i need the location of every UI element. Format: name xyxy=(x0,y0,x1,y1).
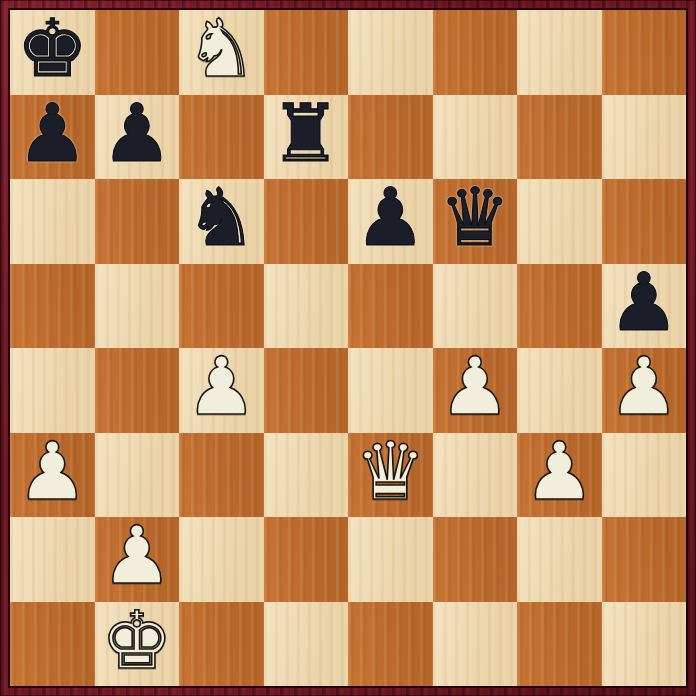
square-f8[interactable] xyxy=(433,10,518,95)
square-g1[interactable] xyxy=(517,602,602,687)
square-e5[interactable] xyxy=(348,264,433,349)
square-b5[interactable] xyxy=(95,264,180,349)
square-d8[interactable] xyxy=(264,10,349,95)
square-e3[interactable]: ♛ xyxy=(348,433,433,518)
square-c1[interactable] xyxy=(179,602,264,687)
square-h7[interactable] xyxy=(602,95,687,180)
square-b1[interactable]: ♚ xyxy=(95,602,180,687)
black-queen-f6[interactable]: ♛ xyxy=(439,179,511,258)
white-pawn-g3[interactable]: ♟ xyxy=(523,433,595,512)
square-d2[interactable] xyxy=(264,517,349,602)
square-g7[interactable] xyxy=(517,95,602,180)
black-knight-c6[interactable]: ♞ xyxy=(185,179,257,258)
square-h4[interactable]: ♟ xyxy=(602,348,687,433)
square-b6[interactable] xyxy=(95,179,180,264)
black-pawn-e6[interactable]: ♟ xyxy=(354,179,426,258)
square-c5[interactable] xyxy=(179,264,264,349)
square-c3[interactable] xyxy=(179,433,264,518)
square-e6[interactable]: ♟ xyxy=(348,179,433,264)
black-rook-d7[interactable]: ♜ xyxy=(270,95,342,174)
square-c4[interactable]: ♟ xyxy=(179,348,264,433)
square-d6[interactable] xyxy=(264,179,349,264)
square-e2[interactable] xyxy=(348,517,433,602)
square-d3[interactable] xyxy=(264,433,349,518)
black-pawn-b7[interactable]: ♟ xyxy=(101,95,173,174)
square-d1[interactable] xyxy=(264,602,349,687)
square-e8[interactable] xyxy=(348,10,433,95)
square-a7[interactable]: ♟ xyxy=(10,95,95,180)
square-f6[interactable]: ♛ xyxy=(433,179,518,264)
square-d5[interactable] xyxy=(264,264,349,349)
square-c8[interactable]: ♞ xyxy=(179,10,264,95)
square-f5[interactable] xyxy=(433,264,518,349)
square-a3[interactable]: ♟ xyxy=(10,433,95,518)
square-g8[interactable] xyxy=(517,10,602,95)
black-pawn-a7[interactable]: ♟ xyxy=(16,95,88,174)
square-g4[interactable] xyxy=(517,348,602,433)
square-b2[interactable]: ♟ xyxy=(95,517,180,602)
square-f2[interactable] xyxy=(433,517,518,602)
square-a2[interactable] xyxy=(10,517,95,602)
square-h2[interactable] xyxy=(602,517,687,602)
square-d7[interactable]: ♜ xyxy=(264,95,349,180)
square-f3[interactable] xyxy=(433,433,518,518)
white-pawn-a3[interactable]: ♟ xyxy=(16,433,88,512)
square-a6[interactable] xyxy=(10,179,95,264)
black-pawn-h5[interactable]: ♟ xyxy=(608,264,680,343)
square-a5[interactable] xyxy=(10,264,95,349)
black-king-a8[interactable]: ♚ xyxy=(16,10,88,89)
white-king-b1[interactable]: ♚ xyxy=(101,602,173,681)
square-a1[interactable] xyxy=(10,602,95,687)
square-d4[interactable] xyxy=(264,348,349,433)
square-a4[interactable] xyxy=(10,348,95,433)
square-h1[interactable] xyxy=(602,602,687,687)
square-g2[interactable] xyxy=(517,517,602,602)
white-pawn-f4[interactable]: ♟ xyxy=(439,348,511,427)
square-e7[interactable] xyxy=(348,95,433,180)
square-a8[interactable]: ♚ xyxy=(10,10,95,95)
white-pawn-b2[interactable]: ♟ xyxy=(101,517,173,596)
square-b8[interactable] xyxy=(95,10,180,95)
white-pawn-h4[interactable]: ♟ xyxy=(608,348,680,427)
square-h5[interactable]: ♟ xyxy=(602,264,687,349)
square-f7[interactable] xyxy=(433,95,518,180)
square-e4[interactable] xyxy=(348,348,433,433)
square-c6[interactable]: ♞ xyxy=(179,179,264,264)
board-frame: ♚♞♟♟♜♞♟♛♟♟♟♟♟♛♟♟♚ xyxy=(0,0,696,696)
square-c2[interactable] xyxy=(179,517,264,602)
chess-board: ♚♞♟♟♜♞♟♛♟♟♟♟♟♛♟♟♚ xyxy=(10,10,686,686)
square-h8[interactable] xyxy=(602,10,687,95)
white-pawn-c4[interactable]: ♟ xyxy=(185,348,257,427)
square-e1[interactable] xyxy=(348,602,433,687)
white-queen-e3[interactable]: ♛ xyxy=(354,433,426,512)
square-b3[interactable] xyxy=(95,433,180,518)
square-f4[interactable]: ♟ xyxy=(433,348,518,433)
square-h6[interactable] xyxy=(602,179,687,264)
square-g5[interactable] xyxy=(517,264,602,349)
square-c7[interactable] xyxy=(179,95,264,180)
square-g3[interactable]: ♟ xyxy=(517,433,602,518)
square-f1[interactable] xyxy=(433,602,518,687)
white-knight-c8[interactable]: ♞ xyxy=(185,10,257,89)
square-h3[interactable] xyxy=(602,433,687,518)
square-b7[interactable]: ♟ xyxy=(95,95,180,180)
square-b4[interactable] xyxy=(95,348,180,433)
square-g6[interactable] xyxy=(517,179,602,264)
